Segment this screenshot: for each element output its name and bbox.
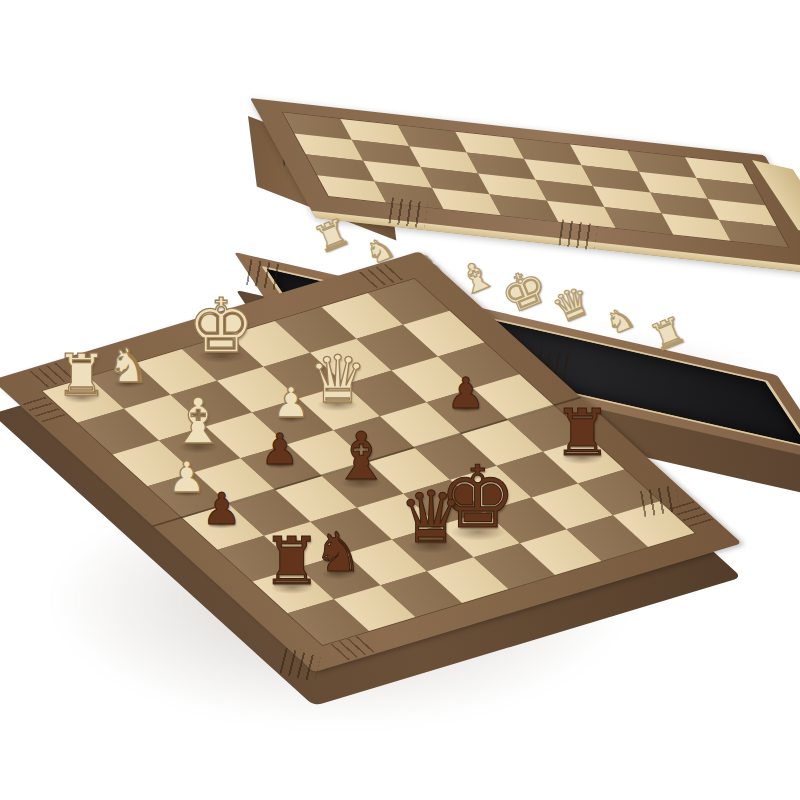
product-photo-wooden-chess-set: { "game": "chess", "scene": "Wooden fold… xyxy=(0,0,800,800)
piece-white-pawn-d6[interactable]: ♟ xyxy=(272,382,310,424)
piece-white-king-d8[interactable]: ♚ xyxy=(188,289,255,364)
piece-white-bishop-b6[interactable]: ♝ xyxy=(170,391,226,454)
piece-brown-bishop-d4[interactable]: ♝ xyxy=(332,424,391,490)
groove-lines xyxy=(388,198,427,229)
piece-white-rook-a8[interactable]: ♜ xyxy=(56,347,108,405)
piece-white-queen-e6[interactable]: ♛ xyxy=(308,347,367,413)
piece-brown-pawn-a4[interactable]: ♟ xyxy=(202,486,241,530)
piece-brown-pawn-c5[interactable]: ♟ xyxy=(260,427,298,470)
groove-lines xyxy=(558,220,597,251)
piece-brown-rook-a2[interactable]: ♜ xyxy=(262,529,321,595)
piece-brown-queen-d2[interactable]: ♛ xyxy=(399,482,463,553)
box-lid-checkerboard xyxy=(282,112,790,248)
piece-white-knight-b8[interactable]: ♞ xyxy=(107,342,150,390)
piece-white-pawn-a5[interactable]: ♟ xyxy=(167,455,205,498)
piece-brown-pawn-g5[interactable]: ♟ xyxy=(446,371,484,414)
piece-brown-rook-h3[interactable]: ♜ xyxy=(553,401,611,465)
lid-square xyxy=(719,220,788,247)
